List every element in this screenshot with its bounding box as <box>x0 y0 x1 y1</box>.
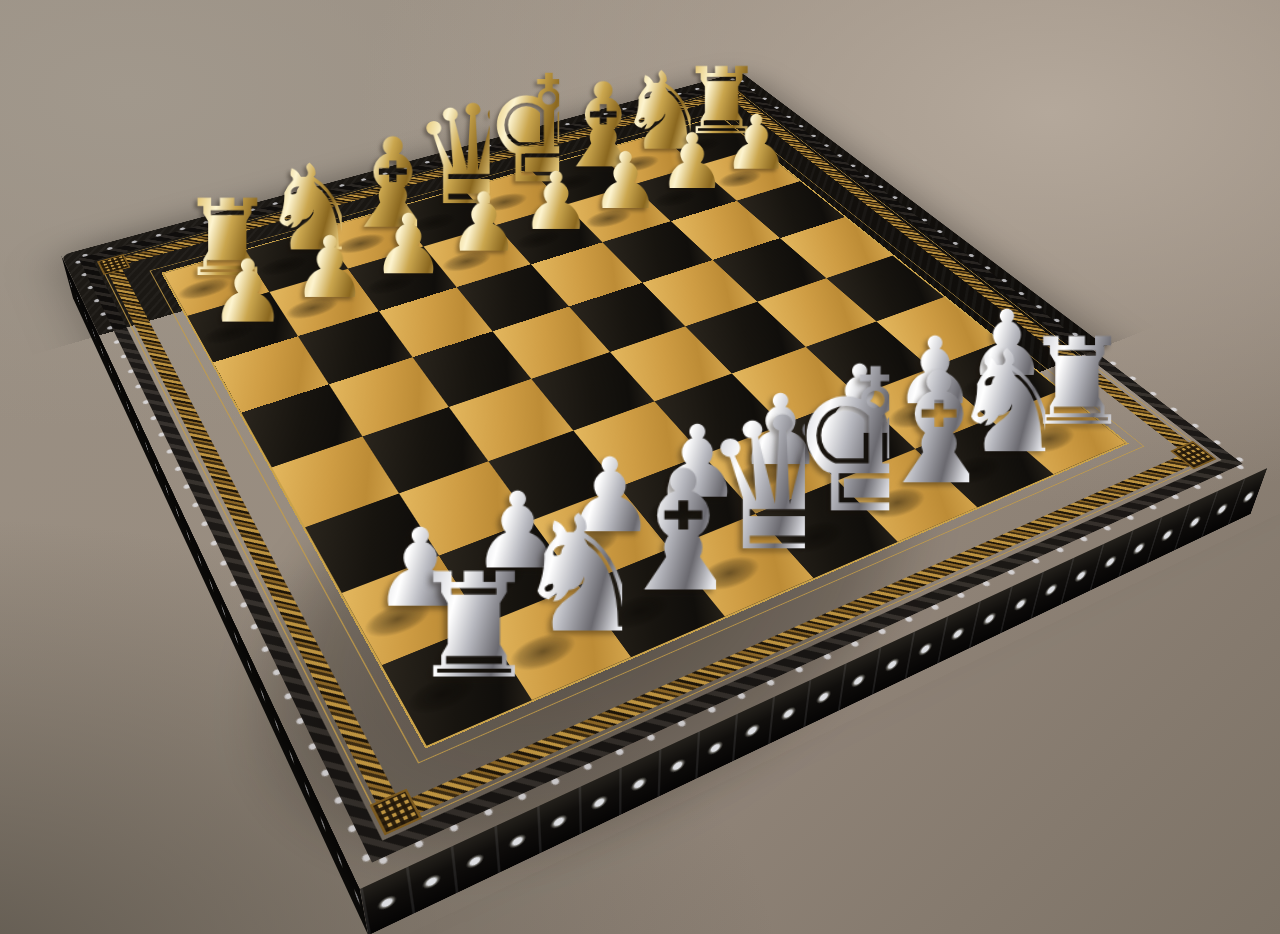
piece-gold-pawn[interactable]: ♟ <box>586 142 664 220</box>
corner-motif <box>369 788 422 835</box>
piece-gold-pawn[interactable]: ♟ <box>654 123 731 200</box>
board-square[interactable]: ♟ <box>188 292 299 362</box>
corner-motif <box>1170 441 1217 470</box>
board-square[interactable] <box>457 264 569 331</box>
piece-gold-pawn[interactable]: ♟ <box>516 162 596 242</box>
corner-motif <box>97 254 131 275</box>
board-square[interactable] <box>780 217 893 278</box>
piece-gold-pawn[interactable]: ♟ <box>204 248 291 335</box>
piece-silver-rook[interactable]: ♜ <box>409 553 523 698</box>
piece-gold-pawn[interactable]: ♟ <box>367 203 450 286</box>
piece-gold-pawn[interactable]: ♟ <box>443 182 524 263</box>
piece-gold-pawn[interactable]: ♟ <box>287 225 372 310</box>
